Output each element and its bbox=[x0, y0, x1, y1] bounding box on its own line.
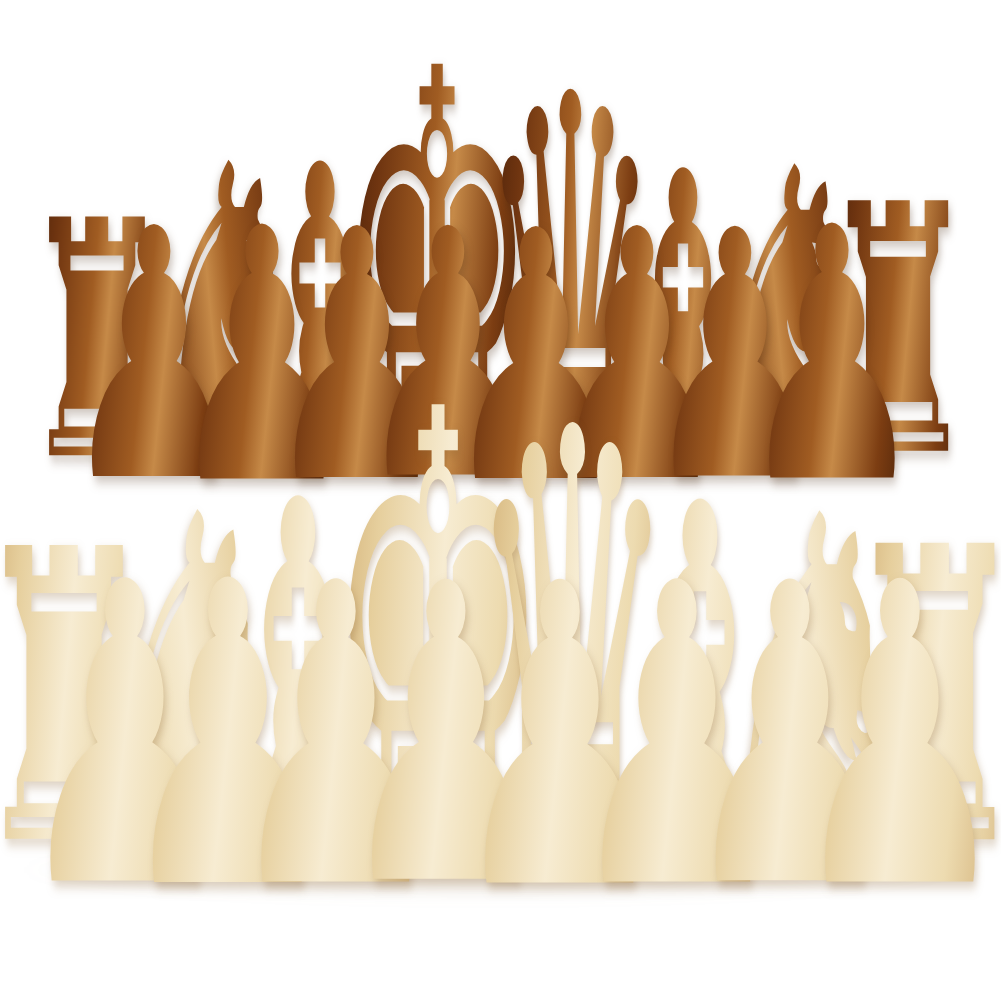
chess-sets-photo: ♜♞♝♚♛♝♞♜♟♟♟♟♟♟♟♟ ♜♞♝♚♛♝♞♜♟♟♟♟♟♟♟♟ bbox=[0, 0, 1001, 1001]
light-pawn-8: ♟ bbox=[788, 529, 1001, 945]
light-set-layer: ♜♞♝♚♛♝♞♜♟♟♟♟♟♟♟♟ bbox=[0, 0, 1001, 1001]
